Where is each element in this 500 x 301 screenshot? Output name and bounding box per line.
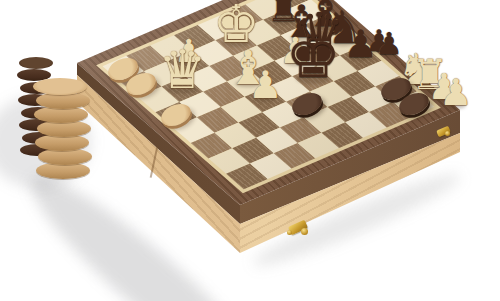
chess-piece-dark-king-f4: ♚ bbox=[285, 26, 340, 88]
checker-light-a5 bbox=[158, 100, 194, 131]
chess-piece-light-queen-b6: ♛ bbox=[159, 44, 207, 97]
checker-stack-dark-disc-8 bbox=[19, 57, 53, 69]
checker-stack-light-disc-7 bbox=[33, 78, 87, 95]
checker-dark-e3 bbox=[289, 89, 325, 120]
chess-piece-light-pawn-frame4: ♟ bbox=[440, 75, 473, 112]
scene: ♛♟♚♝♟♟♜♝♝♛♞♚♟♞♜♟♟♟♟ bbox=[0, 0, 500, 301]
chess-piece-light-pawn-d4: ♟ bbox=[248, 67, 282, 105]
chess-piece-dark-pawn-h4: ♟ bbox=[344, 26, 378, 64]
